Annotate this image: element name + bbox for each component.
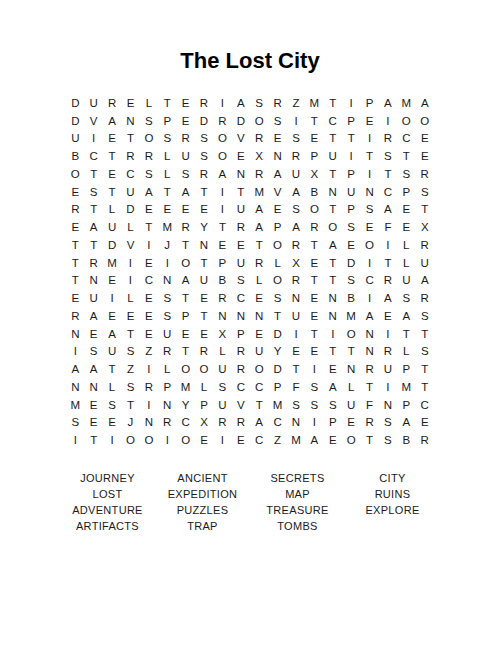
grid-cell-r12c13[interactable]: N [287, 289, 305, 307]
grid-cell-r11c12[interactable]: O [268, 272, 286, 290]
grid-cell-r10c9[interactable]: P [213, 254, 231, 272]
grid-cell-r4c15[interactable]: U [324, 147, 342, 165]
grid-cell-r4c6[interactable]: L [158, 147, 176, 165]
grid-cell-r8c14[interactable]: R [305, 218, 323, 236]
grid-cell-r3c11[interactable]: R [250, 130, 268, 148]
grid-cell-r4c7[interactable]: U [176, 147, 194, 165]
grid-cell-r10c19[interactable]: L [397, 254, 415, 272]
grid-cell-r2c13[interactable]: I [287, 112, 305, 130]
grid-cell-r19c14[interactable]: I [305, 414, 323, 432]
grid-cell-r14c1[interactable]: N [66, 325, 84, 343]
grid-cell-r20c11[interactable]: C [250, 431, 268, 449]
grid-cell-r13c9[interactable]: N [213, 307, 231, 325]
grid-cell-r18c4[interactable]: T [121, 396, 139, 414]
grid-cell-r17c20[interactable]: T [416, 378, 434, 396]
grid-cell-r11c19[interactable]: U [397, 272, 415, 290]
grid-cell-r18c10[interactable]: V [232, 396, 250, 414]
grid-cell-r2c5[interactable]: S [140, 112, 158, 130]
grid-cell-r8c12[interactable]: P [268, 218, 286, 236]
grid-cell-r6c2[interactable]: S [84, 183, 102, 201]
grid-cell-r4c19[interactable]: T [397, 147, 415, 165]
grid-cell-r20c18[interactable]: S [379, 431, 397, 449]
grid-cell-r18c13[interactable]: S [287, 396, 305, 414]
grid-cell-r13c4[interactable]: E [121, 307, 139, 325]
grid-cell-r10c14[interactable]: E [305, 254, 323, 272]
grid-cell-r16c5[interactable]: I [140, 360, 158, 378]
grid-cell-r19c13[interactable]: N [287, 414, 305, 432]
grid-cell-r19c11[interactable]: A [250, 414, 268, 432]
grid-cell-r12c20[interactable]: R [416, 289, 434, 307]
grid-cell-r2c12[interactable]: S [268, 112, 286, 130]
grid-cell-r7c18[interactable]: A [379, 201, 397, 219]
grid-cell-r11c20[interactable]: A [416, 272, 434, 290]
grid-cell-r1c4[interactable]: E [121, 94, 139, 112]
grid-cell-r13c18[interactable]: E [379, 307, 397, 325]
grid-cell-r2c1[interactable]: D [66, 112, 84, 130]
grid-cell-r2c6[interactable]: P [158, 112, 176, 130]
grid-cell-r2c17[interactable]: E [360, 112, 378, 130]
grid-cell-r7c6[interactable]: E [158, 201, 176, 219]
grid-cell-r9c14[interactable]: T [305, 236, 323, 254]
grid-cell-r7c10[interactable]: U [232, 201, 250, 219]
grid-cell-r13c8[interactable]: T [195, 307, 213, 325]
grid-cell-r9c19[interactable]: L [397, 236, 415, 254]
grid-cell-r16c17[interactable]: R [360, 360, 378, 378]
grid-cell-r18c18[interactable]: N [379, 396, 397, 414]
grid-cell-r1c16[interactable]: I [342, 94, 360, 112]
grid-cell-r13c7[interactable]: P [176, 307, 194, 325]
grid-cell-r16c2[interactable]: A [84, 360, 102, 378]
grid-cell-r12c6[interactable]: S [158, 289, 176, 307]
grid-cell-r12c16[interactable]: B [342, 289, 360, 307]
grid-cell-r7c15[interactable]: T [324, 201, 342, 219]
grid-cell-r17c7[interactable]: M [176, 378, 194, 396]
grid-cell-r5c20[interactable]: R [416, 165, 434, 183]
grid-cell-r6c9[interactable]: I [213, 183, 231, 201]
grid-cell-r1c2[interactable]: U [84, 94, 102, 112]
grid-cell-r4c3[interactable]: T [103, 147, 121, 165]
grid-cell-r19c6[interactable]: R [158, 414, 176, 432]
grid-cell-r12c1[interactable]: E [66, 289, 84, 307]
grid-cell-r7c14[interactable]: O [305, 201, 323, 219]
grid-cell-r4c5[interactable]: R [140, 147, 158, 165]
grid-cell-r17c15[interactable]: A [324, 378, 342, 396]
grid-cell-r9c2[interactable]: T [84, 236, 102, 254]
grid-cell-r16c16[interactable]: N [342, 360, 360, 378]
grid-cell-r4c17[interactable]: T [360, 147, 378, 165]
grid-cell-r7c7[interactable]: E [176, 201, 194, 219]
grid-cell-r19c2[interactable]: E [84, 414, 102, 432]
grid-cell-r6c15[interactable]: N [324, 183, 342, 201]
grid-cell-r13c11[interactable]: N [250, 307, 268, 325]
grid-cell-r19c7[interactable]: C [176, 414, 194, 432]
grid-cell-r5c18[interactable]: T [379, 165, 397, 183]
grid-cell-r8c19[interactable]: E [397, 218, 415, 236]
grid-cell-r9c12[interactable]: O [268, 236, 286, 254]
grid-cell-r14c3[interactable]: A [103, 325, 121, 343]
grid-cell-r10c12[interactable]: L [268, 254, 286, 272]
grid-cell-r11c5[interactable]: C [140, 272, 158, 290]
grid-cell-r10c2[interactable]: R [84, 254, 102, 272]
grid-cell-r3c19[interactable]: C [397, 130, 415, 148]
grid-cell-r5c3[interactable]: E [103, 165, 121, 183]
grid-cell-r11c6[interactable]: N [158, 272, 176, 290]
grid-cell-r9c17[interactable]: O [360, 236, 378, 254]
grid-cell-r3c8[interactable]: S [195, 130, 213, 148]
grid-cell-r4c1[interactable]: B [66, 147, 84, 165]
grid-cell-r16c7[interactable]: O [176, 360, 194, 378]
grid-cell-r10c7[interactable]: O [176, 254, 194, 272]
grid-cell-r9c20[interactable]: R [416, 236, 434, 254]
grid-cell-r8c8[interactable]: Y [195, 218, 213, 236]
grid-cell-r6c6[interactable]: T [158, 183, 176, 201]
grid-cell-r1c1[interactable]: D [66, 94, 84, 112]
grid-cell-r20c10[interactable]: E [232, 431, 250, 449]
grid-cell-r16c9[interactable]: U [213, 360, 231, 378]
grid-cell-r6c10[interactable]: T [232, 183, 250, 201]
grid-cell-r7c4[interactable]: D [121, 201, 139, 219]
grid-cell-r7c16[interactable]: P [342, 201, 360, 219]
grid-cell-r19c3[interactable]: E [103, 414, 121, 432]
grid-cell-r10c4[interactable]: I [121, 254, 139, 272]
grid-cell-r3c18[interactable]: R [379, 130, 397, 148]
grid-cell-r19c8[interactable]: X [195, 414, 213, 432]
grid-cell-r1c12[interactable]: R [268, 94, 286, 112]
grid-cell-r4c8[interactable]: S [195, 147, 213, 165]
grid-cell-r15c1[interactable]: I [66, 343, 84, 361]
grid-cell-r7c9[interactable]: I [213, 201, 231, 219]
grid-cell-r2c19[interactable]: O [397, 112, 415, 130]
grid-cell-r7c8[interactable]: E [195, 201, 213, 219]
grid-cell-r6c18[interactable]: C [379, 183, 397, 201]
grid-cell-r16c20[interactable]: T [416, 360, 434, 378]
grid-cell-r14c8[interactable]: E [195, 325, 213, 343]
grid-cell-r1c6[interactable]: T [158, 94, 176, 112]
grid-cell-r17c14[interactable]: S [305, 378, 323, 396]
grid-cell-r5c5[interactable]: S [140, 165, 158, 183]
grid-cell-r7c5[interactable]: E [140, 201, 158, 219]
grid-cell-r6c12[interactable]: V [268, 183, 286, 201]
grid-cell-r12c10[interactable]: C [232, 289, 250, 307]
grid-cell-r14c12[interactable]: D [268, 325, 286, 343]
grid-cell-r12c9[interactable]: R [213, 289, 231, 307]
grid-cell-r14c4[interactable]: T [121, 325, 139, 343]
grid-cell-r9c16[interactable]: E [342, 236, 360, 254]
grid-cell-r6c1[interactable]: E [66, 183, 84, 201]
grid-cell-r4c20[interactable]: E [416, 147, 434, 165]
grid-cell-r9c10[interactable]: E [232, 236, 250, 254]
grid-cell-r2c4[interactable]: N [121, 112, 139, 130]
grid-cell-r18c11[interactable]: T [250, 396, 268, 414]
grid-cell-r9c5[interactable]: I [140, 236, 158, 254]
grid-cell-r18c19[interactable]: P [397, 396, 415, 414]
grid-cell-r3c7[interactable]: R [176, 130, 194, 148]
grid-cell-r5c17[interactable]: I [360, 165, 378, 183]
grid-cell-r19c18[interactable]: S [379, 414, 397, 432]
grid-cell-r9c7[interactable]: T [176, 236, 194, 254]
grid-cell-r6c11[interactable]: M [250, 183, 268, 201]
grid-cell-r18c2[interactable]: E [84, 396, 102, 414]
grid-cell-r13c20[interactable]: S [416, 307, 434, 325]
grid-cell-r11c17[interactable]: C [360, 272, 378, 290]
grid-cell-r6c14[interactable]: B [305, 183, 323, 201]
grid-cell-r18c9[interactable]: U [213, 396, 231, 414]
grid-cell-r14c11[interactable]: E [250, 325, 268, 343]
grid-cell-r16c12[interactable]: D [268, 360, 286, 378]
grid-cell-r1c19[interactable]: M [397, 94, 415, 112]
grid-cell-r3c10[interactable]: V [232, 130, 250, 148]
grid-cell-r9c13[interactable]: R [287, 236, 305, 254]
grid-cell-r8c20[interactable]: X [416, 218, 434, 236]
grid-cell-r6c3[interactable]: T [103, 183, 121, 201]
grid-cell-r3c20[interactable]: E [416, 130, 434, 148]
grid-cell-r18c1[interactable]: M [66, 396, 84, 414]
grid-cell-r11c15[interactable]: T [324, 272, 342, 290]
grid-cell-r20c16[interactable]: O [342, 431, 360, 449]
grid-cell-r10c1[interactable]: T [66, 254, 84, 272]
grid-cell-r5c13[interactable]: U [287, 165, 305, 183]
grid-cell-r11c9[interactable]: B [213, 272, 231, 290]
grid-cell-r4c10[interactable]: E [232, 147, 250, 165]
grid-cell-r16c3[interactable]: T [103, 360, 121, 378]
grid-cell-r7c13[interactable]: S [287, 201, 305, 219]
grid-cell-r9c6[interactable]: J [158, 236, 176, 254]
grid-cell-r5c11[interactable]: R [250, 165, 268, 183]
grid-cell-r6c5[interactable]: A [140, 183, 158, 201]
grid-cell-r6c8[interactable]: T [195, 183, 213, 201]
grid-cell-r8c3[interactable]: U [103, 218, 121, 236]
grid-cell-r14c2[interactable]: E [84, 325, 102, 343]
grid-cell-r10c20[interactable]: U [416, 254, 434, 272]
grid-cell-r16c4[interactable]: Z [121, 360, 139, 378]
grid-cell-r14c13[interactable]: I [287, 325, 305, 343]
grid-cell-r5c9[interactable]: A [213, 165, 231, 183]
grid-cell-r15c13[interactable]: E [287, 343, 305, 361]
grid-cell-r15c10[interactable]: R [232, 343, 250, 361]
grid-cell-r1c7[interactable]: E [176, 94, 194, 112]
grid-cell-r10c13[interactable]: X [287, 254, 305, 272]
grid-cell-r9c18[interactable]: I [379, 236, 397, 254]
grid-cell-r4c14[interactable]: P [305, 147, 323, 165]
grid-cell-r19c17[interactable]: R [360, 414, 378, 432]
grid-cell-r11c2[interactable]: N [84, 272, 102, 290]
grid-cell-r2c10[interactable]: D [232, 112, 250, 130]
grid-cell-r19c19[interactable]: A [397, 414, 415, 432]
grid-cell-r3c14[interactable]: E [305, 130, 323, 148]
grid-cell-r15c15[interactable]: T [324, 343, 342, 361]
grid-cell-r11c3[interactable]: E [103, 272, 121, 290]
grid-cell-r4c11[interactable]: X [250, 147, 268, 165]
grid-cell-r1c17[interactable]: P [360, 94, 378, 112]
grid-cell-r14c16[interactable]: O [342, 325, 360, 343]
grid-cell-r2c3[interactable]: A [103, 112, 121, 130]
grid-cell-r8c6[interactable]: M [158, 218, 176, 236]
grid-cell-r3c5[interactable]: O [140, 130, 158, 148]
grid-cell-r6c20[interactable]: S [416, 183, 434, 201]
grid-cell-r3c4[interactable]: T [121, 130, 139, 148]
grid-cell-r10c10[interactable]: U [232, 254, 250, 272]
grid-cell-r8c9[interactable]: T [213, 218, 231, 236]
grid-cell-r4c16[interactable]: I [342, 147, 360, 165]
grid-cell-r20c17[interactable]: T [360, 431, 378, 449]
grid-cell-r3c1[interactable]: U [66, 130, 84, 148]
grid-cell-r9c1[interactable]: T [66, 236, 84, 254]
grid-cell-r14c19[interactable]: T [397, 325, 415, 343]
grid-cell-r3c9[interactable]: O [213, 130, 231, 148]
grid-cell-r17c6[interactable]: P [158, 378, 176, 396]
grid-cell-r20c4[interactable]: O [121, 431, 139, 449]
grid-cell-r7c20[interactable]: T [416, 201, 434, 219]
grid-cell-r5c2[interactable]: T [84, 165, 102, 183]
grid-cell-r11c14[interactable]: T [305, 272, 323, 290]
grid-cell-r12c15[interactable]: N [324, 289, 342, 307]
grid-cell-r13c12[interactable]: T [268, 307, 286, 325]
grid-cell-r15c14[interactable]: E [305, 343, 323, 361]
grid-cell-r20c3[interactable]: I [103, 431, 121, 449]
grid-cell-r4c18[interactable]: S [379, 147, 397, 165]
grid-cell-r20c1[interactable]: I [66, 431, 84, 449]
grid-cell-r14c5[interactable]: E [140, 325, 158, 343]
grid-cell-r16c1[interactable]: A [66, 360, 84, 378]
grid-cell-r16c8[interactable]: O [195, 360, 213, 378]
grid-cell-r9c4[interactable]: V [121, 236, 139, 254]
grid-cell-r17c18[interactable]: I [379, 378, 397, 396]
grid-cell-r14c18[interactable]: I [379, 325, 397, 343]
grid-cell-r8c4[interactable]: L [121, 218, 139, 236]
grid-cell-r20c19[interactable]: B [397, 431, 415, 449]
grid-cell-r1c14[interactable]: M [305, 94, 323, 112]
grid-cell-r20c15[interactable]: E [324, 431, 342, 449]
grid-cell-r12c2[interactable]: U [84, 289, 102, 307]
grid-cell-r11c1[interactable]: T [66, 272, 84, 290]
grid-cell-r15c9[interactable]: L [213, 343, 231, 361]
grid-cell-r1c10[interactable]: A [232, 94, 250, 112]
grid-cell-r17c1[interactable]: N [66, 378, 84, 396]
grid-cell-r11c8[interactable]: U [195, 272, 213, 290]
grid-cell-r16c6[interactable]: L [158, 360, 176, 378]
grid-cell-r20c2[interactable]: T [84, 431, 102, 449]
grid-cell-r19c9[interactable]: R [213, 414, 231, 432]
grid-cell-r8c16[interactable]: S [342, 218, 360, 236]
grid-cell-r12c11[interactable]: E [250, 289, 268, 307]
grid-cell-r15c19[interactable]: L [397, 343, 415, 361]
grid-cell-r3c16[interactable]: T [342, 130, 360, 148]
grid-cell-r17c9[interactable]: S [213, 378, 231, 396]
grid-cell-r15c18[interactable]: R [379, 343, 397, 361]
grid-cell-r8c15[interactable]: O [324, 218, 342, 236]
grid-cell-r17c4[interactable]: S [121, 378, 139, 396]
grid-cell-r11c10[interactable]: S [232, 272, 250, 290]
grid-cell-r10c11[interactable]: R [250, 254, 268, 272]
grid-cell-r8c10[interactable]: R [232, 218, 250, 236]
grid-cell-r6c13[interactable]: A [287, 183, 305, 201]
grid-cell-r15c17[interactable]: N [360, 343, 378, 361]
grid-cell-r3c2[interactable]: I [84, 130, 102, 148]
grid-cell-r7c11[interactable]: A [250, 201, 268, 219]
grid-cell-r14c6[interactable]: U [158, 325, 176, 343]
grid-cell-r9c8[interactable]: N [195, 236, 213, 254]
grid-cell-r20c14[interactable]: A [305, 431, 323, 449]
grid-cell-r13c5[interactable]: E [140, 307, 158, 325]
grid-cell-r13c2[interactable]: A [84, 307, 102, 325]
grid-cell-r17c12[interactable]: P [268, 378, 286, 396]
grid-cell-r5c16[interactable]: P [342, 165, 360, 183]
grid-cell-r5c8[interactable]: R [195, 165, 213, 183]
grid-cell-r2c15[interactable]: C [324, 112, 342, 130]
grid-cell-r11c16[interactable]: S [342, 272, 360, 290]
grid-cell-r15c3[interactable]: U [103, 343, 121, 361]
grid-cell-r12c14[interactable]: E [305, 289, 323, 307]
grid-cell-r8c17[interactable]: E [360, 218, 378, 236]
grid-cell-r4c9[interactable]: O [213, 147, 231, 165]
grid-cell-r18c12[interactable]: M [268, 396, 286, 414]
grid-cell-r19c4[interactable]: J [121, 414, 139, 432]
grid-cell-r16c13[interactable]: T [287, 360, 305, 378]
grid-cell-r13c1[interactable]: R [66, 307, 84, 325]
grid-cell-r15c6[interactable]: R [158, 343, 176, 361]
grid-cell-r2c14[interactable]: T [305, 112, 323, 130]
grid-cell-r4c12[interactable]: N [268, 147, 286, 165]
grid-cell-r1c18[interactable]: A [379, 94, 397, 112]
grid-cell-r17c16[interactable]: L [342, 378, 360, 396]
grid-cell-r8c1[interactable]: E [66, 218, 84, 236]
grid-cell-r20c13[interactable]: M [287, 431, 305, 449]
grid-cell-r20c5[interactable]: O [140, 431, 158, 449]
grid-cell-r3c3[interactable]: E [103, 130, 121, 148]
grid-cell-r18c3[interactable]: S [103, 396, 121, 414]
grid-cell-r15c16[interactable]: T [342, 343, 360, 361]
grid-cell-r17c8[interactable]: L [195, 378, 213, 396]
grid-cell-r7c19[interactable]: E [397, 201, 415, 219]
grid-cell-r15c20[interactable]: S [416, 343, 434, 361]
grid-cell-r14c14[interactable]: T [305, 325, 323, 343]
grid-cell-r1c8[interactable]: R [195, 94, 213, 112]
grid-cell-r1c5[interactable]: L [140, 94, 158, 112]
grid-cell-r5c7[interactable]: S [176, 165, 194, 183]
grid-cell-r16c19[interactable]: P [397, 360, 415, 378]
grid-cell-r5c12[interactable]: A [268, 165, 286, 183]
grid-cell-r16c18[interactable]: U [379, 360, 397, 378]
grid-cell-r18c15[interactable]: S [324, 396, 342, 414]
grid-cell-r13c15[interactable]: N [324, 307, 342, 325]
grid-cell-r17c3[interactable]: L [103, 378, 121, 396]
grid-cell-r2c16[interactable]: P [342, 112, 360, 130]
grid-cell-r13c6[interactable]: S [158, 307, 176, 325]
grid-cell-r6c19[interactable]: P [397, 183, 415, 201]
grid-cell-r12c12[interactable]: S [268, 289, 286, 307]
grid-cell-r5c14[interactable]: X [305, 165, 323, 183]
grid-cell-r2c7[interactable]: E [176, 112, 194, 130]
grid-cell-r6c4[interactable]: U [121, 183, 139, 201]
grid-cell-r20c8[interactable]: E [195, 431, 213, 449]
grid-cell-r4c2[interactable]: C [84, 147, 102, 165]
grid-cell-r11c7[interactable]: A [176, 272, 194, 290]
grid-cell-r14c17[interactable]: N [360, 325, 378, 343]
grid-cell-r12c19[interactable]: S [397, 289, 415, 307]
grid-cell-r12c8[interactable]: E [195, 289, 213, 307]
grid-cell-r9c11[interactable]: T [250, 236, 268, 254]
grid-cell-r14c7[interactable]: E [176, 325, 194, 343]
grid-cell-r10c15[interactable]: T [324, 254, 342, 272]
grid-cell-r1c13[interactable]: Z [287, 94, 305, 112]
grid-cell-r10c17[interactable]: I [360, 254, 378, 272]
grid-cell-r19c20[interactable]: E [416, 414, 434, 432]
grid-cell-r18c5[interactable]: I [140, 396, 158, 414]
grid-cell-r18c14[interactable]: S [305, 396, 323, 414]
grid-cell-r15c7[interactable]: T [176, 343, 194, 361]
grid-cell-r14c20[interactable]: T [416, 325, 434, 343]
grid-cell-r7c1[interactable]: R [66, 201, 84, 219]
